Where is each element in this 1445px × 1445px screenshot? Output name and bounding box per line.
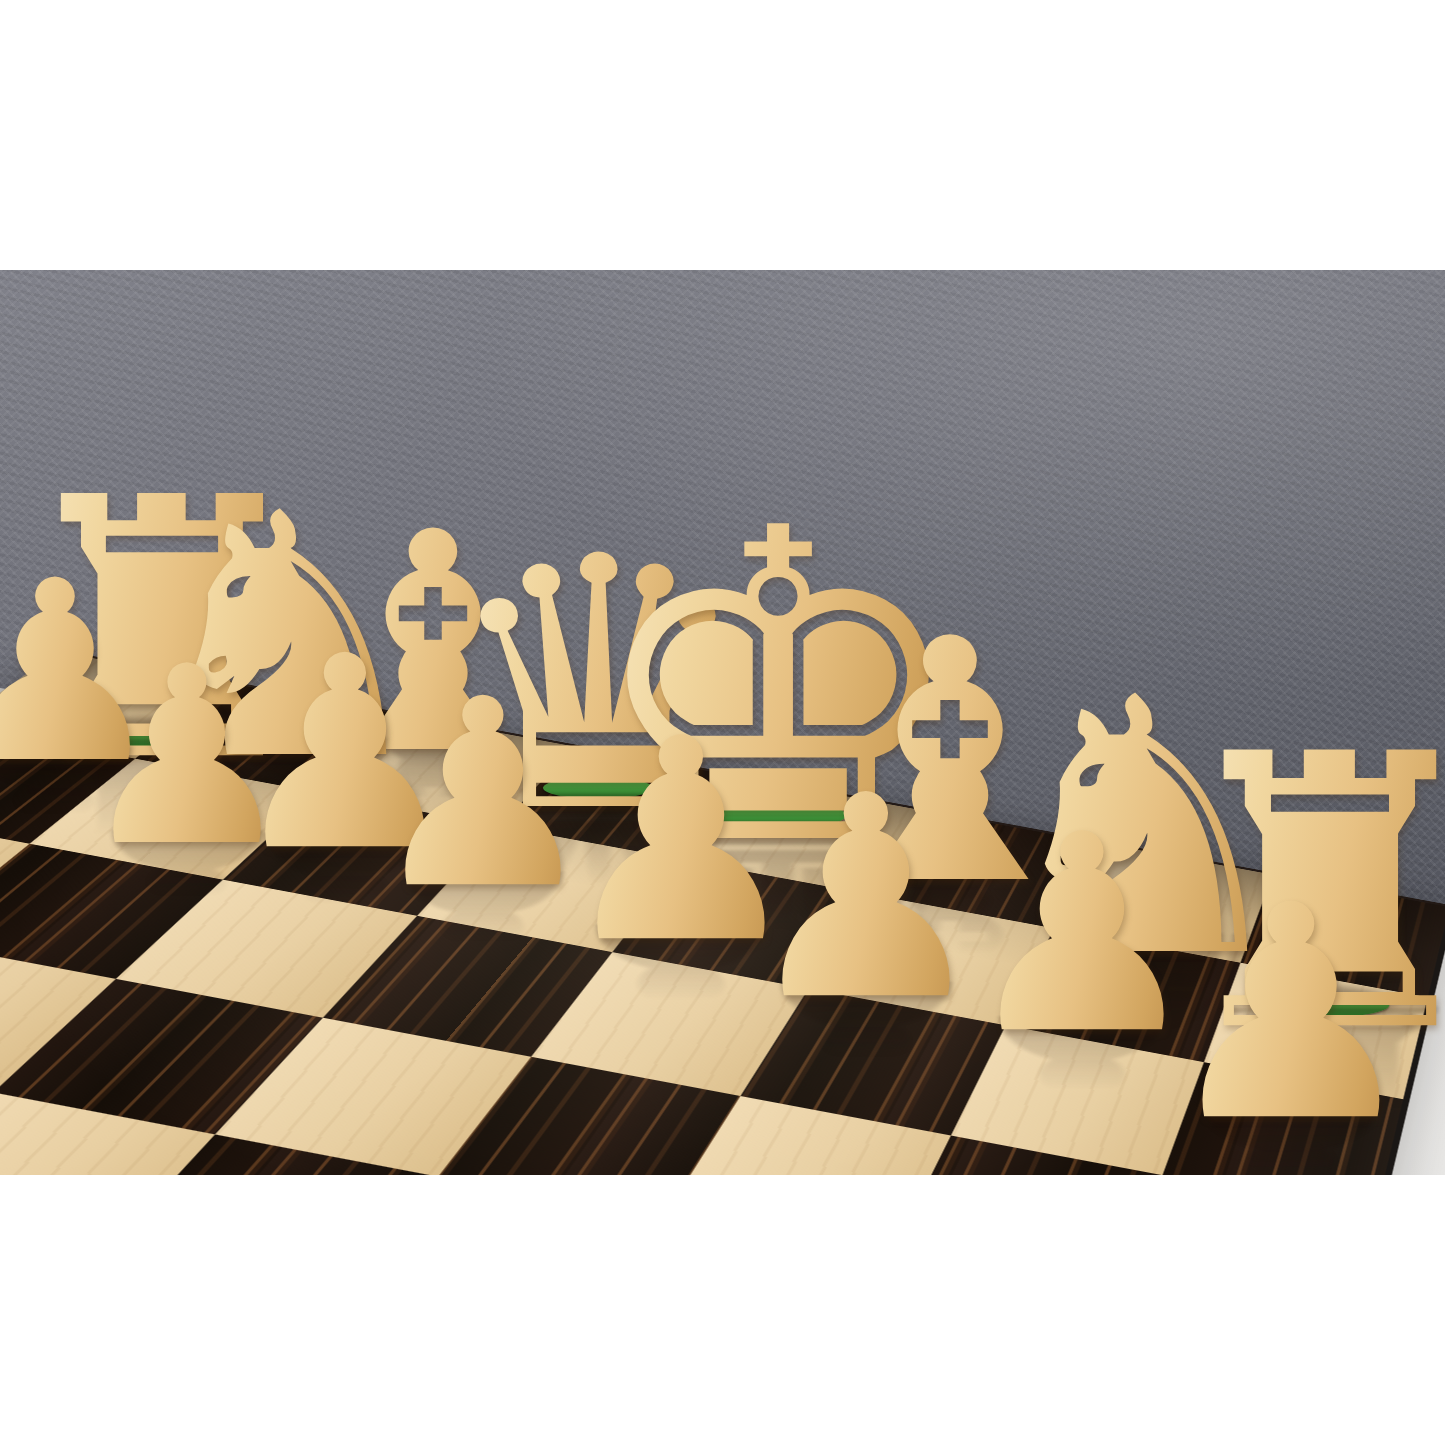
pieces-layer: ♝♝♜♜♞♞♟♟♛♛♚♚♟♟♟♟♝♝♟♟♟♟♞♞♟♟♜♜♟♟♟♟ xyxy=(0,270,1445,1175)
photo-area: ♝♝♜♜♞♞♟♟♛♛♚♚♟♟♟♟♝♝♟♟♟♟♞♞♟♟♜♜♟♟♟♟ xyxy=(0,270,1445,1175)
white-band-bottom xyxy=(0,1175,1445,1445)
white-band-top xyxy=(0,0,1445,270)
product-photo-stage: ♝♝♜♜♞♞♟♟♛♛♚♚♟♟♟♟♝♝♟♟♟♟♞♞♟♟♜♜♟♟♟♟ xyxy=(0,0,1445,1445)
scene-layer: ♝♝♜♜♞♞♟♟♛♛♚♚♟♟♟♟♝♝♟♟♟♟♞♞♟♟♜♜♟♟♟♟ xyxy=(0,270,1445,1175)
piece-white-pawn-pawn-6[interactable]: ♟ xyxy=(741,759,991,1038)
piece-white-pawn-pawn-8[interactable]: ♟ xyxy=(1159,867,1424,1162)
